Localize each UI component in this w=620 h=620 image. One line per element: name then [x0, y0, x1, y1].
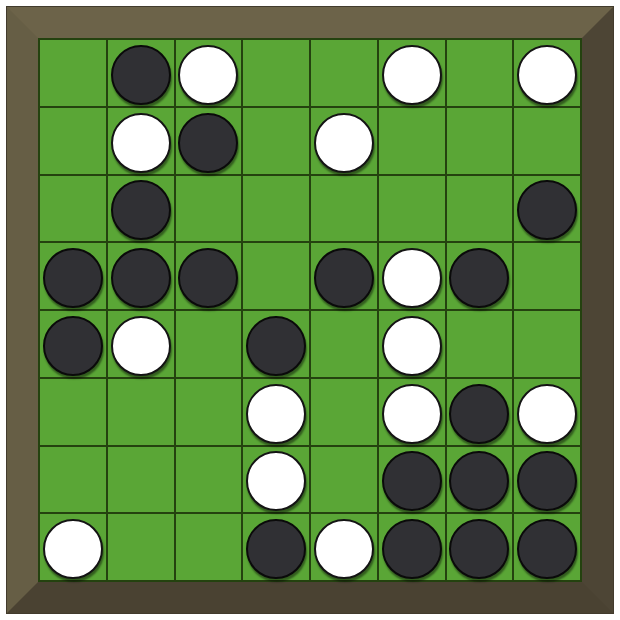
board-cell[interactable]: [243, 311, 309, 377]
board-cell[interactable]: [447, 108, 513, 174]
board-cell[interactable]: [447, 447, 513, 513]
board-cell[interactable]: [447, 243, 513, 309]
black-disc: [111, 248, 171, 308]
white-disc: [246, 451, 306, 511]
othello-board: [38, 38, 582, 582]
board-cell[interactable]: [176, 514, 242, 580]
board-cell[interactable]: [176, 108, 242, 174]
board-cell[interactable]: [311, 311, 377, 377]
board-cell[interactable]: [243, 176, 309, 242]
black-disc: [517, 180, 577, 240]
board-cell[interactable]: [514, 243, 580, 309]
black-disc: [111, 45, 171, 105]
board-cell[interactable]: [243, 514, 309, 580]
board-cell[interactable]: [311, 243, 377, 309]
board-cell[interactable]: [108, 40, 174, 106]
board-cell[interactable]: [40, 176, 106, 242]
board-cell[interactable]: [447, 379, 513, 445]
board-cell[interactable]: [176, 447, 242, 513]
board-cell[interactable]: [514, 447, 580, 513]
board-cell[interactable]: [40, 447, 106, 513]
board-cell[interactable]: [108, 311, 174, 377]
board-cell[interactable]: [311, 108, 377, 174]
board-cell[interactable]: [379, 243, 445, 309]
board-cell[interactable]: [108, 176, 174, 242]
board-cell[interactable]: [176, 176, 242, 242]
black-disc: [382, 451, 442, 511]
board-cell[interactable]: [243, 243, 309, 309]
board-frame: [7, 7, 613, 613]
board-cell[interactable]: [514, 311, 580, 377]
white-disc: [314, 519, 374, 579]
black-disc: [178, 248, 238, 308]
board-cell[interactable]: [108, 108, 174, 174]
board-cell[interactable]: [379, 514, 445, 580]
board-cell[interactable]: [176, 311, 242, 377]
white-disc: [111, 113, 171, 173]
board-cell[interactable]: [243, 40, 309, 106]
black-disc: [43, 316, 103, 376]
board-cell[interactable]: [108, 379, 174, 445]
black-disc: [517, 451, 577, 511]
board-cell[interactable]: [447, 514, 513, 580]
black-disc: [517, 519, 577, 579]
board-cell[interactable]: [514, 379, 580, 445]
board-cell[interactable]: [243, 447, 309, 513]
board-cell[interactable]: [447, 40, 513, 106]
black-disc: [246, 316, 306, 376]
board-cell[interactable]: [40, 243, 106, 309]
white-disc: [178, 45, 238, 105]
board-cell[interactable]: [40, 514, 106, 580]
board-cell[interactable]: [108, 447, 174, 513]
board-cell[interactable]: [176, 243, 242, 309]
black-disc: [178, 113, 238, 173]
white-disc: [382, 384, 442, 444]
board-cell[interactable]: [379, 311, 445, 377]
board-cell[interactable]: [311, 176, 377, 242]
board-cell[interactable]: [311, 447, 377, 513]
white-disc: [314, 113, 374, 173]
black-disc: [449, 384, 509, 444]
white-disc: [382, 248, 442, 308]
white-disc: [43, 519, 103, 579]
board-cell[interactable]: [243, 108, 309, 174]
white-disc: [382, 45, 442, 105]
board-cell[interactable]: [243, 379, 309, 445]
black-disc: [449, 519, 509, 579]
white-disc: [111, 316, 171, 376]
board-cell[interactable]: [311, 514, 377, 580]
white-disc: [517, 45, 577, 105]
black-disc: [382, 519, 442, 579]
board-cell[interactable]: [514, 514, 580, 580]
board-cell[interactable]: [447, 176, 513, 242]
board-cell[interactable]: [176, 40, 242, 106]
board-cell[interactable]: [379, 108, 445, 174]
board-cell[interactable]: [514, 40, 580, 106]
board-cell[interactable]: [311, 40, 377, 106]
board-cell[interactable]: [108, 514, 174, 580]
board-cell[interactable]: [108, 243, 174, 309]
board-cell[interactable]: [40, 311, 106, 377]
board-cell[interactable]: [379, 379, 445, 445]
black-disc: [449, 451, 509, 511]
white-disc: [382, 316, 442, 376]
black-disc: [43, 248, 103, 308]
black-disc: [449, 248, 509, 308]
board-cell[interactable]: [40, 40, 106, 106]
white-disc: [517, 384, 577, 444]
board-cell[interactable]: [40, 379, 106, 445]
board-cell[interactable]: [379, 176, 445, 242]
board-cell[interactable]: [176, 379, 242, 445]
board-cell[interactable]: [379, 40, 445, 106]
board-cell[interactable]: [447, 311, 513, 377]
black-disc: [111, 180, 171, 240]
white-disc: [246, 384, 306, 444]
board-cell[interactable]: [514, 176, 580, 242]
board-cell[interactable]: [514, 108, 580, 174]
board-cell[interactable]: [311, 379, 377, 445]
black-disc: [246, 519, 306, 579]
othello-screenshot: [0, 0, 620, 620]
board-cell[interactable]: [379, 447, 445, 513]
board-cell[interactable]: [40, 108, 106, 174]
black-disc: [314, 248, 374, 308]
